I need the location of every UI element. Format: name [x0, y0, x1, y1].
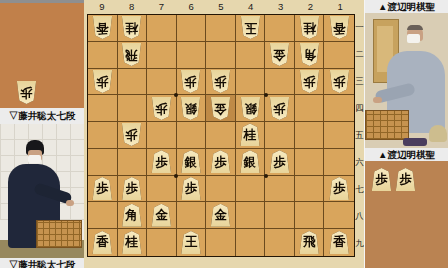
- square-7-2: [147, 42, 177, 69]
- square-2-6: [295, 149, 325, 176]
- square-9-6: [88, 149, 118, 176]
- wooden-stool: [429, 125, 447, 142]
- square-3-8: [265, 202, 295, 229]
- sente-name-label-top: ▲渡辺明棋聖: [365, 0, 448, 13]
- rank-label-2: 二: [355, 41, 364, 68]
- piece-gote-金: 金: [269, 43, 290, 66]
- square-7-7: [147, 176, 177, 203]
- square-2-3: 歩: [295, 69, 325, 96]
- photo-shogi-board: [36, 220, 82, 248]
- piece-gote-桂: 桂: [121, 16, 142, 39]
- file-coordinates: 987654321: [87, 0, 355, 14]
- piece-gote-歩: 歩: [92, 70, 113, 93]
- piece-gote-歩: 歩: [299, 70, 320, 93]
- square-9-9: 香: [88, 229, 118, 256]
- square-8-9: 桂: [118, 229, 148, 256]
- piece-gote-歩: 歩: [151, 97, 172, 120]
- square-8-8: 角: [118, 202, 148, 229]
- square-7-4: 歩: [147, 95, 177, 122]
- rank-label-4: 四: [355, 95, 364, 122]
- square-9-4: [88, 95, 118, 122]
- square-1-6: [324, 149, 354, 176]
- square-1-7: 歩: [324, 176, 354, 203]
- square-2-1: 桂: [295, 15, 325, 42]
- square-1-5: [324, 122, 354, 149]
- square-9-7: 歩: [88, 176, 118, 203]
- square-8-7: 歩: [118, 176, 148, 203]
- square-8-3: [118, 69, 148, 96]
- square-5-9: [206, 229, 236, 256]
- square-9-3: 歩: [88, 69, 118, 96]
- square-1-9: 香: [324, 229, 354, 256]
- square-2-2: 角: [295, 42, 325, 69]
- gote-name-label: ▽藤井聡太七段: [0, 108, 84, 124]
- square-8-5: 歩: [118, 122, 148, 149]
- rank-label-8: 八: [355, 203, 364, 230]
- shogi-board: 香桂玉桂香飛金角歩歩歩歩歩歩銀金銀歩歩桂歩銀歩銀歩歩歩歩歩角金金香桂王飛香: [87, 14, 355, 257]
- square-4-3: [236, 69, 266, 96]
- gote-player-photo: [0, 124, 84, 258]
- square-3-2: 金: [265, 42, 295, 69]
- square-2-4: [295, 95, 325, 122]
- square-5-3: 歩: [206, 69, 236, 96]
- square-3-1: [265, 15, 295, 42]
- square-2-9: 飛: [295, 229, 325, 256]
- piece-sente-歩: 歩: [180, 177, 201, 200]
- photo-shogi-board-2: [365, 110, 409, 140]
- square-6-1: [177, 15, 207, 42]
- piece-sente-香: 香: [92, 231, 113, 254]
- square-9-5: [88, 122, 118, 149]
- square-3-6: 歩: [265, 149, 295, 176]
- piece-sente-歩: 歩: [92, 177, 113, 200]
- piece-sente-金: 金: [210, 204, 231, 227]
- piece-gote-香: 香: [92, 16, 113, 39]
- hoshi-dot-3: [174, 174, 178, 178]
- square-4-2: [236, 42, 266, 69]
- piece-gote-玉: 玉: [240, 16, 261, 39]
- gote-player-panel: 歩 ▽藤井聡太七段 ▽藤井聡太七段: [0, 0, 84, 268]
- hoshi-dot-1: [174, 93, 178, 97]
- piece-gote-歩: 歩: [210, 70, 231, 93]
- hoshi-dot-2: [264, 93, 268, 97]
- watanabe-mask: [407, 34, 420, 43]
- square-4-8: [236, 202, 266, 229]
- rank-label-9: 九: [355, 230, 364, 257]
- piece-gote-飛: 飛: [121, 43, 142, 66]
- square-7-6: 歩: [147, 149, 177, 176]
- square-8-2: 飛: [118, 42, 148, 69]
- piece-sente-歩: 歩: [329, 177, 350, 200]
- square-6-7: 歩: [177, 176, 207, 203]
- fujii-hand: [66, 200, 74, 206]
- square-2-8: [295, 202, 325, 229]
- rank-label-1: 一: [355, 14, 364, 41]
- square-2-5: [295, 122, 325, 149]
- square-6-4: 銀: [177, 95, 207, 122]
- piece-sente-金: 金: [151, 204, 172, 227]
- square-8-1: 桂: [118, 15, 148, 42]
- piece-sente-角: 角: [121, 204, 142, 227]
- square-9-2: [88, 42, 118, 69]
- sente-komadai: [365, 161, 448, 268]
- piece-sente-飛: 飛: [299, 231, 320, 254]
- square-1-4: [324, 95, 354, 122]
- watanabe-hand: [373, 97, 382, 103]
- rank-label-5: 五: [355, 122, 364, 149]
- square-4-4: 銀: [236, 95, 266, 122]
- file-label-8: 8: [117, 0, 147, 14]
- square-5-2: [206, 42, 236, 69]
- fujii-mask: [28, 155, 41, 163]
- square-1-3: 歩: [324, 69, 354, 96]
- square-7-5: [147, 122, 177, 149]
- sente-name-label-tray: ▲渡辺明棋聖: [365, 148, 448, 161]
- square-4-6: 銀: [236, 149, 266, 176]
- piece-sente-銀: 銀: [180, 150, 201, 173]
- square-7-9: [147, 229, 177, 256]
- square-3-5: [265, 122, 295, 149]
- rank-label-7: 七: [355, 176, 364, 203]
- square-6-9: 王: [177, 229, 207, 256]
- square-9-8: [88, 202, 118, 229]
- rank-coordinates: 一二三四五六七八九: [355, 14, 364, 257]
- square-7-3: [147, 69, 177, 96]
- square-8-4: [118, 95, 148, 122]
- square-7-1: [147, 15, 177, 42]
- file-label-7: 7: [147, 0, 177, 14]
- piece-gote-銀: 銀: [240, 97, 261, 120]
- square-2-7: [295, 176, 325, 203]
- gote-komadai: [0, 6, 84, 108]
- square-9-1: 香: [88, 15, 118, 42]
- piece-gote-歩: 歩: [269, 97, 290, 120]
- square-4-7: [236, 176, 266, 203]
- square-5-5: [206, 122, 236, 149]
- rank-label-6: 六: [355, 149, 364, 176]
- piece-gote-歩: 歩: [121, 123, 142, 146]
- piece-gote-桂: 桂: [299, 16, 320, 39]
- square-1-1: 香: [324, 15, 354, 42]
- square-3-9: [265, 229, 295, 256]
- piece-gote-金: 金: [210, 97, 231, 120]
- square-1-2: [324, 42, 354, 69]
- piece-sente-歩: 歩: [269, 150, 290, 173]
- floor-cushion: [403, 138, 427, 146]
- square-5-6: 歩: [206, 149, 236, 176]
- piece-gote-角: 角: [299, 43, 320, 66]
- piece-sente-香: 香: [329, 231, 350, 254]
- piece-sente-歩: 歩: [151, 150, 172, 173]
- square-6-5: [177, 122, 207, 149]
- rank-label-3: 三: [355, 68, 364, 95]
- square-4-9: [236, 229, 266, 256]
- file-label-4: 4: [236, 0, 266, 14]
- file-label-2: 2: [295, 0, 325, 14]
- square-3-4: 歩: [265, 95, 295, 122]
- square-6-6: 銀: [177, 149, 207, 176]
- piece-sente-桂: 桂: [121, 231, 142, 254]
- piece-sente-歩: 歩: [210, 150, 231, 173]
- file-label-9: 9: [87, 0, 117, 14]
- piece-gote-歩: 歩: [180, 70, 201, 93]
- square-1-8: [324, 202, 354, 229]
- square-8-6: [118, 149, 148, 176]
- piece-sente-歩: 歩: [121, 177, 142, 200]
- piece-sente-王: 王: [180, 231, 201, 254]
- piece-sente-桂: 桂: [240, 123, 261, 146]
- hoshi-dot-4: [264, 174, 268, 178]
- square-5-7: [206, 176, 236, 203]
- square-6-8: [177, 202, 207, 229]
- sente-player-photo: [365, 13, 448, 148]
- square-3-3: [265, 69, 295, 96]
- square-5-1: [206, 15, 236, 42]
- square-6-2: [177, 42, 207, 69]
- gote-name-label-bottom: ▽藤井聡太七段: [0, 258, 84, 268]
- sente-player-panel: ▲渡辺明棋聖 ▲渡辺明棋聖 歩歩: [364, 0, 448, 268]
- file-label-1: 1: [325, 0, 355, 14]
- file-label-5: 5: [206, 0, 236, 14]
- square-4-5: 桂: [236, 122, 266, 149]
- file-label-3: 3: [266, 0, 296, 14]
- square-3-7: [265, 176, 295, 203]
- square-6-3: 歩: [177, 69, 207, 96]
- piece-gote-香: 香: [329, 16, 350, 39]
- shogi-broadcast-screen: 歩 ▽藤井聡太七段 ▽藤井聡太七段 987654321 香桂玉桂香飛金角歩歩歩歩…: [0, 0, 448, 268]
- piece-gote-銀: 銀: [180, 97, 201, 120]
- piece-sente-銀: 銀: [240, 150, 261, 173]
- square-4-1: 玉: [236, 15, 266, 42]
- square-5-4: 金: [206, 95, 236, 122]
- file-label-6: 6: [176, 0, 206, 14]
- piece-gote-歩: 歩: [329, 70, 350, 93]
- watanabe-hair: [407, 25, 423, 30]
- square-5-8: 金: [206, 202, 236, 229]
- square-7-8: 金: [147, 202, 177, 229]
